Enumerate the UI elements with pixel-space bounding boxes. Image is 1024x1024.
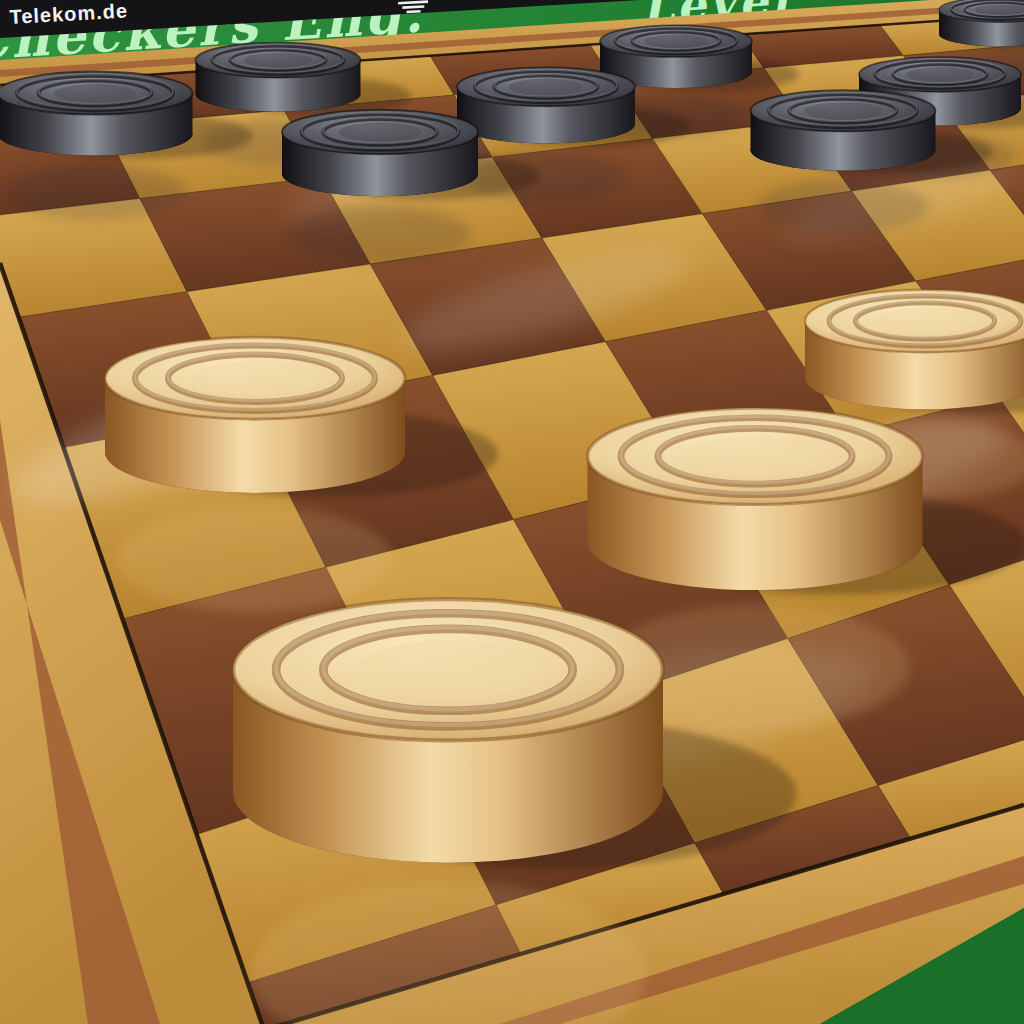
checkers-scene: Checkers Eng. Level 5 Telekom.de bbox=[0, 0, 1024, 1024]
checkers-3d-view: Checkers Eng. Level 5 Telekom.de bbox=[0, 0, 1024, 1024]
